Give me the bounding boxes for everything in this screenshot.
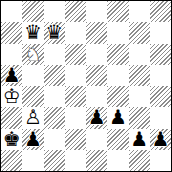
square-d7[interactable] — [65, 22, 86, 43]
square-e4[interactable] — [86, 86, 107, 107]
piece-white-pawn: ♟♙ — [22, 107, 43, 128]
white-pawn-glyph: ♙ — [22, 107, 43, 128]
black-pawn-glyph: ♟ — [1, 65, 22, 86]
black-pawn-glyph: ♟ — [107, 107, 128, 128]
square-b5[interactable] — [22, 65, 43, 86]
square-d1[interactable] — [65, 150, 86, 171]
square-a5[interactable]: ♟ — [1, 65, 22, 86]
square-c2[interactable] — [44, 129, 65, 150]
square-e5[interactable] — [86, 65, 107, 86]
square-g7[interactable] — [129, 22, 150, 43]
square-h8[interactable] — [150, 1, 171, 22]
square-b1[interactable] — [22, 150, 43, 171]
square-g4[interactable] — [129, 86, 150, 107]
square-f2[interactable] — [107, 129, 128, 150]
piece-black-pawn: ♟ — [129, 129, 150, 150]
square-e2[interactable] — [86, 129, 107, 150]
piece-black-pawn: ♟ — [22, 129, 43, 150]
square-c5[interactable] — [44, 65, 65, 86]
square-b3[interactable]: ♟♙ — [22, 107, 43, 128]
square-c3[interactable] — [44, 107, 65, 128]
square-h6[interactable] — [150, 44, 171, 65]
white-knight-glyph: ♘ — [22, 44, 43, 65]
square-f7[interactable] — [107, 22, 128, 43]
square-d8[interactable] — [65, 1, 86, 22]
square-d6[interactable] — [65, 44, 86, 65]
square-g1[interactable] — [129, 150, 150, 171]
square-b2[interactable]: ♟ — [22, 129, 43, 150]
black-pawn-glyph: ♟ — [22, 129, 43, 150]
square-e6[interactable] — [86, 44, 107, 65]
square-h2[interactable]: ♟ — [150, 129, 171, 150]
square-d5[interactable] — [65, 65, 86, 86]
square-a2[interactable]: ♚ — [1, 129, 22, 150]
square-a4[interactable]: ♚♔ — [1, 86, 22, 107]
piece-white-knight: ♞♘ — [22, 44, 43, 65]
square-d4[interactable] — [65, 86, 86, 107]
square-d2[interactable] — [65, 129, 86, 150]
square-f3[interactable]: ♟ — [107, 107, 128, 128]
piece-black-queen: ♛ — [44, 22, 65, 43]
square-c8[interactable] — [44, 1, 65, 22]
square-a1[interactable] — [1, 150, 22, 171]
square-b4[interactable] — [22, 86, 43, 107]
square-f4[interactable] — [107, 86, 128, 107]
piece-black-pawn: ♟ — [107, 107, 128, 128]
square-a8[interactable] — [1, 1, 22, 22]
square-c7[interactable]: ♛ — [44, 22, 65, 43]
piece-black-pawn: ♟ — [150, 129, 171, 150]
square-e3[interactable]: ♟ — [86, 107, 107, 128]
piece-black-pawn: ♟ — [1, 65, 22, 86]
square-h5[interactable] — [150, 65, 171, 86]
black-king-glyph: ♚ — [1, 129, 22, 150]
square-c6[interactable] — [44, 44, 65, 65]
chess-board: ♛♛♞♘♟♚♔♟♙♟♟♚♟♟♟ — [0, 0, 172, 172]
square-f1[interactable] — [107, 150, 128, 171]
square-b8[interactable] — [22, 1, 43, 22]
square-e8[interactable] — [86, 1, 107, 22]
black-pawn-glyph: ♟ — [129, 129, 150, 150]
black-pawn-glyph: ♟ — [86, 107, 107, 128]
square-g2[interactable]: ♟ — [129, 129, 150, 150]
square-h7[interactable] — [150, 22, 171, 43]
square-h3[interactable] — [150, 107, 171, 128]
square-c1[interactable] — [44, 150, 65, 171]
square-g3[interactable] — [129, 107, 150, 128]
square-f5[interactable] — [107, 65, 128, 86]
square-h1[interactable] — [150, 150, 171, 171]
piece-black-pawn: ♟ — [86, 107, 107, 128]
square-d3[interactable] — [65, 107, 86, 128]
white-king-glyph: ♔ — [1, 86, 22, 107]
chess-diagram: ♛♛♞♘♟♚♔♟♙♟♟♚♟♟♟ — [0, 0, 172, 172]
square-f8[interactable] — [107, 1, 128, 22]
square-g6[interactable] — [129, 44, 150, 65]
square-g8[interactable] — [129, 1, 150, 22]
square-e7[interactable] — [86, 22, 107, 43]
square-a6[interactable] — [1, 44, 22, 65]
square-b7[interactable]: ♛ — [22, 22, 43, 43]
square-a3[interactable] — [1, 107, 22, 128]
square-g5[interactable] — [129, 65, 150, 86]
square-h4[interactable] — [150, 86, 171, 107]
square-f6[interactable] — [107, 44, 128, 65]
square-a7[interactable] — [1, 22, 22, 43]
black-pawn-glyph: ♟ — [150, 129, 171, 150]
square-e1[interactable] — [86, 150, 107, 171]
piece-white-king: ♚♔ — [1, 86, 22, 107]
black-queen-glyph: ♛ — [22, 22, 43, 43]
square-c4[interactable] — [44, 86, 65, 107]
black-queen-glyph: ♛ — [44, 22, 65, 43]
square-b6[interactable]: ♞♘ — [22, 44, 43, 65]
piece-black-queen: ♛ — [22, 22, 43, 43]
piece-black-king: ♚ — [1, 129, 22, 150]
